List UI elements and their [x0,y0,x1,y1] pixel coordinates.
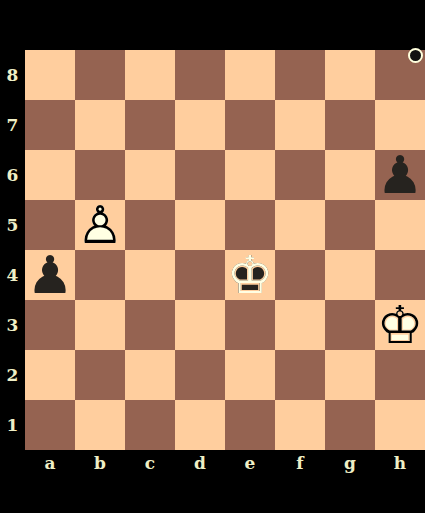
black-pawn-fill-glyph: ♟ [375,150,425,200]
square-a4[interactable]: ♟ [25,250,75,300]
rank-label-4: 4 [0,250,25,300]
square-f4[interactable] [275,250,325,300]
square-c2[interactable] [125,350,175,400]
square-b8[interactable] [75,50,125,100]
rank-label-5: 5 [0,200,25,250]
square-e6[interactable] [225,150,275,200]
square-d7[interactable] [175,100,225,150]
square-h5[interactable] [375,200,425,250]
square-h2[interactable] [375,350,425,400]
square-b4[interactable] [75,250,125,300]
square-f5[interactable] [275,200,325,250]
black-pawn-h6[interactable]: ♟ [375,150,425,200]
file-labels: abcdefgh [25,450,425,477]
white-king-h3[interactable]: ♚♔ [375,300,425,350]
square-h3[interactable]: ♚♔ [375,300,425,350]
square-g5[interactable] [325,200,375,250]
square-f6[interactable] [275,150,325,200]
square-c7[interactable] [125,100,175,150]
square-a7[interactable] [25,100,75,150]
file-label-e: e [225,450,275,477]
square-a6[interactable] [25,150,75,200]
square-a8[interactable] [25,50,75,100]
square-d1[interactable] [175,400,225,450]
square-c5[interactable] [125,200,175,250]
square-d3[interactable] [175,300,225,350]
file-label-h: h [375,450,425,477]
white-pawn-b5[interactable]: ♟♙ [75,200,125,250]
square-e7[interactable] [225,100,275,150]
square-g7[interactable] [325,100,375,150]
square-h4[interactable] [375,250,425,300]
black-king-e4[interactable]: ♚♔ [225,250,275,300]
square-d2[interactable] [175,350,225,400]
black-king-outline-glyph: ♔ [225,250,275,300]
square-g8[interactable] [325,50,375,100]
rank-label-3: 3 [0,300,25,350]
square-f1[interactable] [275,400,325,450]
file-label-d: d [175,450,225,477]
square-f3[interactable] [275,300,325,350]
square-c6[interactable] [125,150,175,200]
square-d8[interactable] [175,50,225,100]
square-f2[interactable] [275,350,325,400]
rank-label-6: 6 [0,150,25,200]
file-label-c: c [125,450,175,477]
square-c4[interactable] [125,250,175,300]
rank-labels: 87654321 [0,50,25,450]
square-a3[interactable] [25,300,75,350]
square-a5[interactable] [25,200,75,250]
square-c3[interactable] [125,300,175,350]
square-a1[interactable] [25,400,75,450]
rank-label-7: 7 [0,100,25,150]
square-e8[interactable] [225,50,275,100]
square-b6[interactable] [75,150,125,200]
square-g4[interactable] [325,250,375,300]
white-pawn-outline-glyph: ♙ [75,200,125,250]
square-h7[interactable] [375,100,425,150]
rank-label-8: 8 [0,50,25,100]
square-d6[interactable] [175,150,225,200]
square-e4[interactable]: ♚♔ [225,250,275,300]
black-to-move-indicator-icon [408,48,423,63]
black-pawn-a4[interactable]: ♟ [25,250,75,300]
square-h6[interactable]: ♟ [375,150,425,200]
square-c8[interactable] [125,50,175,100]
square-e1[interactable] [225,400,275,450]
square-g6[interactable] [325,150,375,200]
chess-diagram: 87654321 ♟♟♙♟♚♔♚♔ abcdefgh [0,0,425,513]
file-label-a: a [25,450,75,477]
square-b1[interactable] [75,400,125,450]
rank-label-2: 2 [0,350,25,400]
square-c1[interactable] [125,400,175,450]
chess-board: ♟♟♙♟♚♔♚♔ [25,50,425,450]
square-g1[interactable] [325,400,375,450]
square-f7[interactable] [275,100,325,150]
file-label-f: f [275,450,325,477]
square-e5[interactable] [225,200,275,250]
square-e3[interactable] [225,300,275,350]
square-h1[interactable] [375,400,425,450]
square-d5[interactable] [175,200,225,250]
square-f8[interactable] [275,50,325,100]
black-pawn-fill-glyph: ♟ [25,250,75,300]
square-g2[interactable] [325,350,375,400]
square-b7[interactable] [75,100,125,150]
square-b2[interactable] [75,350,125,400]
white-king-outline-glyph: ♔ [375,300,425,350]
square-b3[interactable] [75,300,125,350]
rank-label-1: 1 [0,400,25,450]
square-e2[interactable] [225,350,275,400]
square-g3[interactable] [325,300,375,350]
file-label-b: b [75,450,125,477]
square-b5[interactable]: ♟♙ [75,200,125,250]
square-d4[interactable] [175,250,225,300]
file-label-g: g [325,450,375,477]
square-a2[interactable] [25,350,75,400]
